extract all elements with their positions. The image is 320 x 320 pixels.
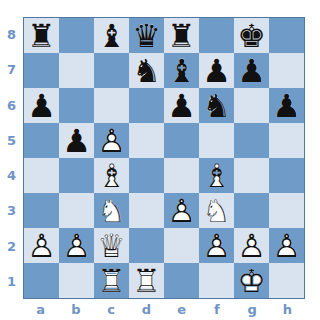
piece-outline-layer: ♜ [164,18,199,53]
square-c2[interactable]: ♛♕ [94,228,129,263]
square-h5[interactable] [269,123,304,158]
piece-outline-layer: ♟ [199,53,234,88]
piece-black-pawn-icon[interactable]: ♙♟ [24,88,59,123]
square-a7[interactable] [24,53,59,88]
piece-white-rook-icon[interactable]: ♜♖ [94,263,129,298]
square-d1[interactable]: ♜♖ [129,263,164,298]
square-d2[interactable] [129,228,164,263]
piece-outline-layer: ♟ [269,88,304,123]
file-label-h: h [270,299,305,319]
piece-black-king-icon[interactable]: ♔♚ [234,18,269,53]
piece-black-pawn-icon[interactable]: ♙♟ [199,53,234,88]
piece-outline-layer: ♙ [269,228,304,263]
piece-white-pawn-icon[interactable]: ♟♙ [234,228,269,263]
piece-white-bishop-icon[interactable]: ♝♗ [199,158,234,193]
piece-black-bishop-icon[interactable]: ♗♝ [94,18,129,53]
rank-label-7: 7 [0,52,23,87]
square-e2[interactable] [164,228,199,263]
chess-board: ♖♜♗♝♕♛♖♜♔♚♘♞♗♝♙♟♙♟♙♟♙♟♘♞♙♟♙♟♟♙♝♗♝♗♞♘♟♙♞♘… [23,17,305,299]
piece-outline-layer: ♗ [199,158,234,193]
piece-black-pawn-icon[interactable]: ♙♟ [269,88,304,123]
rank-label-3: 3 [0,193,23,228]
piece-white-king-icon[interactable]: ♚♔ [234,263,269,298]
piece-white-pawn-icon[interactable]: ♟♙ [94,123,129,158]
chess-diagram: 87654321 ♖♜♗♝♕♛♖♜♔♚♘♞♗♝♙♟♙♟♙♟♙♟♘♞♙♟♙♟♟♙♝… [0,0,320,320]
square-e5[interactable] [164,123,199,158]
file-label-b: b [58,299,93,319]
piece-white-pawn-icon[interactable]: ♟♙ [269,228,304,263]
file-label-e: e [164,299,199,319]
piece-outline-layer: ♟ [24,88,59,123]
square-b3[interactable] [59,193,94,228]
square-h4[interactable] [269,158,304,193]
square-d5[interactable] [129,123,164,158]
square-g1[interactable]: ♚♔ [234,263,269,298]
piece-outline-layer: ♛ [129,18,164,53]
square-g8[interactable]: ♔♚ [234,18,269,53]
square-a4[interactable] [24,158,59,193]
square-h1[interactable] [269,263,304,298]
square-g2[interactable]: ♟♙ [234,228,269,263]
rank-labels: 87654321 [0,17,23,299]
piece-white-rook-icon[interactable]: ♜♖ [129,263,164,298]
piece-black-bishop-icon[interactable]: ♗♝ [164,53,199,88]
piece-white-pawn-icon[interactable]: ♟♙ [164,193,199,228]
square-h2[interactable]: ♟♙ [269,228,304,263]
piece-white-bishop-icon[interactable]: ♝♗ [94,158,129,193]
piece-outline-layer: ♗ [94,158,129,193]
piece-black-pawn-icon[interactable]: ♙♟ [164,88,199,123]
square-f2[interactable]: ♟♙ [199,228,234,263]
piece-outline-layer: ♝ [94,18,129,53]
piece-outline-layer: ♙ [234,228,269,263]
piece-white-knight-icon[interactable]: ♞♘ [94,193,129,228]
rank-label-4: 4 [0,158,23,193]
rank-label-2: 2 [0,229,23,264]
piece-outline-layer: ♙ [164,193,199,228]
piece-outline-layer: ♟ [59,123,94,158]
square-a3[interactable] [24,193,59,228]
square-a5[interactable] [24,123,59,158]
file-label-a: a [23,299,58,319]
square-g6[interactable] [234,88,269,123]
square-g7[interactable]: ♙♟ [234,53,269,88]
square-e8[interactable]: ♖♜ [164,18,199,53]
piece-white-pawn-icon[interactable]: ♟♙ [199,228,234,263]
rank-label-8: 8 [0,17,23,52]
rank-label-1: 1 [0,264,23,299]
square-e6[interactable]: ♙♟ [164,88,199,123]
piece-outline-layer: ♘ [199,193,234,228]
square-a1[interactable] [24,263,59,298]
piece-outline-layer: ♞ [199,88,234,123]
square-a6[interactable]: ♙♟ [24,88,59,123]
square-d7[interactable]: ♘♞ [129,53,164,88]
square-b2[interactable]: ♟♙ [59,228,94,263]
square-b5[interactable]: ♙♟ [59,123,94,158]
square-f4[interactable]: ♝♗ [199,158,234,193]
piece-white-pawn-icon[interactable]: ♟♙ [59,228,94,263]
square-a2[interactable]: ♟♙ [24,228,59,263]
piece-black-rook-icon[interactable]: ♖♜ [164,18,199,53]
square-c3[interactable]: ♞♘ [94,193,129,228]
square-e3[interactable]: ♟♙ [164,193,199,228]
square-g4[interactable] [234,158,269,193]
square-h6[interactable]: ♙♟ [269,88,304,123]
piece-outline-layer: ♖ [94,263,129,298]
square-g3[interactable] [234,193,269,228]
square-h8[interactable] [269,18,304,53]
file-label-d: d [129,299,164,319]
piece-outline-layer: ♜ [24,18,59,53]
rank-label-6: 6 [0,88,23,123]
square-h3[interactable] [269,193,304,228]
square-f6[interactable]: ♘♞ [199,88,234,123]
piece-black-pawn-icon[interactable]: ♙♟ [59,123,94,158]
piece-outline-layer: ♘ [94,193,129,228]
square-c4[interactable]: ♝♗ [94,158,129,193]
piece-outline-layer: ♙ [59,228,94,263]
square-d4[interactable] [129,158,164,193]
piece-outline-layer: ♖ [129,263,164,298]
piece-outline-layer: ♙ [199,228,234,263]
piece-white-knight-icon[interactable]: ♞♘ [199,193,234,228]
square-f7[interactable]: ♙♟ [199,53,234,88]
piece-outline-layer: ♔ [234,263,269,298]
file-labels: abcdefgh [23,299,305,319]
square-h7[interactable] [269,53,304,88]
square-e7[interactable]: ♗♝ [164,53,199,88]
piece-outline-layer: ♕ [94,228,129,263]
piece-black-pawn-icon[interactable]: ♙♟ [234,53,269,88]
square-b7[interactable] [59,53,94,88]
square-e4[interactable] [164,158,199,193]
square-c5[interactable]: ♟♙ [94,123,129,158]
square-g5[interactable] [234,123,269,158]
piece-white-pawn-icon[interactable]: ♟♙ [24,228,59,263]
file-label-f: f [199,299,234,319]
square-c8[interactable]: ♗♝ [94,18,129,53]
square-d8[interactable]: ♕♛ [129,18,164,53]
piece-black-knight-icon[interactable]: ♘♞ [199,88,234,123]
piece-white-queen-icon[interactable]: ♛♕ [94,228,129,263]
square-c6[interactable] [94,88,129,123]
piece-outline-layer: ♟ [164,88,199,123]
piece-black-knight-icon[interactable]: ♘♞ [129,53,164,88]
square-d6[interactable] [129,88,164,123]
piece-outline-layer: ♝ [164,53,199,88]
square-f8[interactable] [199,18,234,53]
square-b4[interactable] [59,158,94,193]
rank-label-5: 5 [0,123,23,158]
square-c7[interactable] [94,53,129,88]
square-e1[interactable] [164,263,199,298]
file-label-g: g [235,299,270,319]
piece-black-queen-icon[interactable]: ♕♛ [129,18,164,53]
square-b6[interactable] [59,88,94,123]
square-b8[interactable] [59,18,94,53]
piece-outline-layer: ♙ [94,123,129,158]
piece-black-rook-icon[interactable]: ♖♜ [24,18,59,53]
file-label-c: c [94,299,129,319]
square-b1[interactable] [59,263,94,298]
square-f1[interactable] [199,263,234,298]
square-a8[interactable]: ♖♜ [24,18,59,53]
square-c1[interactable]: ♜♖ [94,263,129,298]
square-d3[interactable] [129,193,164,228]
piece-outline-layer: ♞ [129,53,164,88]
square-f5[interactable] [199,123,234,158]
piece-outline-layer: ♚ [234,18,269,53]
square-f3[interactable]: ♞♘ [199,193,234,228]
piece-outline-layer: ♙ [24,228,59,263]
piece-outline-layer: ♟ [234,53,269,88]
